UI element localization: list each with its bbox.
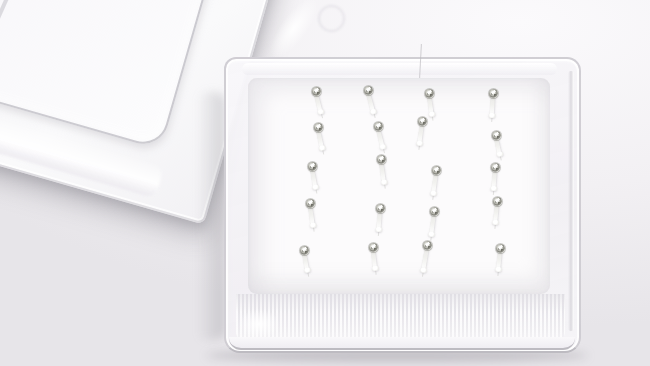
stud-stem [366, 92, 375, 111]
stud-gem-head [306, 199, 315, 208]
stud-gem-head [312, 87, 321, 96]
stud-gem-head [369, 243, 378, 252]
stud-stem [494, 137, 501, 153]
stud-stem [371, 249, 377, 267]
stud-gem-head [432, 166, 441, 175]
stud-gem-head [489, 89, 498, 98]
stud-gem-head [492, 131, 501, 140]
stud-stem [427, 95, 433, 113]
stud-stem [376, 128, 384, 146]
stud-stem [493, 203, 499, 221]
stud-gem-head [493, 197, 502, 206]
stud-stem [491, 169, 497, 187]
stud-stem [421, 247, 429, 269]
stud-gem-head [300, 246, 309, 255]
studs-layer [0, 0, 650, 366]
stud-gem-head [374, 122, 383, 131]
stud-gem-head [425, 89, 434, 98]
stud-stem [417, 123, 424, 142]
stud-stem [316, 129, 324, 147]
stud-stem [302, 252, 309, 269]
stud-gem-head [491, 163, 500, 172]
stud-stem [496, 250, 502, 268]
stud-stem [379, 161, 386, 181]
stud-stem [308, 205, 315, 224]
stud-stem [376, 210, 382, 228]
stud-gem-head [364, 86, 373, 95]
stud-gem-head [423, 241, 432, 250]
stud-gem-head [418, 117, 427, 126]
stud-gem-head [377, 155, 386, 164]
product-photo-scene [0, 0, 650, 366]
stud-stem [310, 168, 317, 186]
stud-stem [429, 213, 436, 233]
stud-gem-head [314, 123, 323, 132]
stud-gem-head [496, 244, 505, 253]
stud-gem-head [430, 207, 439, 216]
stud-stem [431, 172, 438, 192]
stud-stem [490, 95, 495, 114]
stud-gem-head [308, 162, 317, 171]
stud-stem [314, 93, 322, 111]
stud-gem-head [376, 204, 385, 213]
